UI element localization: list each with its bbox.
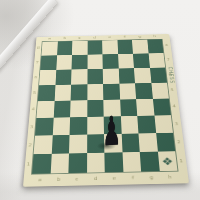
file-labels-bottom: abcdefgh: [30, 172, 180, 185]
square-h6[interactable]: [150, 68, 167, 83]
square-h1[interactable]: ❖: [157, 151, 177, 171]
square-g8[interactable]: [132, 40, 148, 54]
square-e1[interactable]: [104, 152, 123, 172]
square-f5[interactable]: [119, 83, 136, 99]
square-b5[interactable]: [54, 85, 71, 101]
square-b1[interactable]: [50, 153, 69, 173]
square-f2[interactable]: [121, 133, 140, 152]
square-d7[interactable]: [87, 54, 103, 69]
square-e7[interactable]: [102, 54, 118, 69]
square-h4[interactable]: [152, 99, 170, 116]
square-b8[interactable]: [57, 41, 73, 55]
square-a5[interactable]: [38, 85, 55, 101]
square-c5[interactable]: [71, 84, 87, 100]
square-b3[interactable]: [52, 117, 70, 135]
square-a1[interactable]: [32, 154, 51, 174]
coordinate-label: b: [49, 175, 68, 186]
square-a4[interactable]: [36, 101, 54, 118]
square-c2[interactable]: [69, 135, 87, 154]
square-c4[interactable]: [70, 100, 87, 117]
square-f6[interactable]: [118, 68, 135, 83]
brand-text: CHESS: [167, 67, 176, 84]
square-g3[interactable]: [137, 116, 155, 134]
coordinate-label: f: [123, 173, 142, 184]
square-e5[interactable]: [103, 84, 120, 100]
square-f3[interactable]: [120, 116, 138, 134]
square-a7[interactable]: [40, 55, 56, 70]
square-e6[interactable]: [103, 69, 119, 84]
coordinate-label: g: [142, 173, 161, 184]
square-h2[interactable]: [156, 133, 175, 152]
square-b2[interactable]: [51, 135, 69, 154]
square-c8[interactable]: [72, 41, 87, 55]
square-h8[interactable]: [147, 39, 164, 53]
square-d6[interactable]: [87, 69, 103, 84]
square-c1[interactable]: [68, 153, 86, 173]
square-f8[interactable]: [117, 40, 133, 54]
square-d8[interactable]: [87, 41, 102, 55]
square-b6[interactable]: [55, 69, 71, 85]
square-a2[interactable]: [34, 135, 53, 154]
coordinate-label: c: [68, 174, 87, 185]
square-g2[interactable]: [138, 133, 157, 152]
coordinate-label: d: [86, 174, 105, 185]
square-h7[interactable]: [148, 53, 165, 68]
square-b7[interactable]: [56, 55, 72, 70]
square-c6[interactable]: [71, 69, 87, 85]
coordinate-label: a: [30, 175, 49, 186]
square-g1[interactable]: [140, 152, 160, 172]
square-g4[interactable]: [136, 99, 154, 116]
square-d1[interactable]: [87, 153, 105, 173]
square-c7[interactable]: [72, 55, 88, 70]
photo-background: ❖ abcdefgh abcdefgh 87654321 87654321 CH…: [0, 0, 200, 200]
brand-logo-emblem: ❖: [157, 151, 177, 171]
square-h3[interactable]: [154, 115, 173, 133]
coordinate-label: e: [105, 174, 124, 185]
square-f1[interactable]: [122, 152, 141, 172]
square-g5[interactable]: [135, 83, 152, 99]
square-d5[interactable]: [87, 84, 103, 100]
square-f7[interactable]: [118, 54, 134, 69]
square-a3[interactable]: [35, 118, 53, 136]
square-g7[interactable]: [133, 53, 150, 68]
coordinate-label: h: [160, 172, 180, 183]
square-h5[interactable]: [151, 83, 169, 99]
square-f4[interactable]: [120, 99, 138, 116]
square-b4[interactable]: [53, 101, 70, 118]
square-e8[interactable]: [102, 40, 118, 54]
square-g6[interactable]: [134, 68, 151, 83]
square-c3[interactable]: [70, 117, 87, 135]
square-a8[interactable]: [41, 41, 57, 55]
black-pawn[interactable]: ♟: [102, 110, 117, 153]
square-a6[interactable]: [39, 70, 56, 86]
